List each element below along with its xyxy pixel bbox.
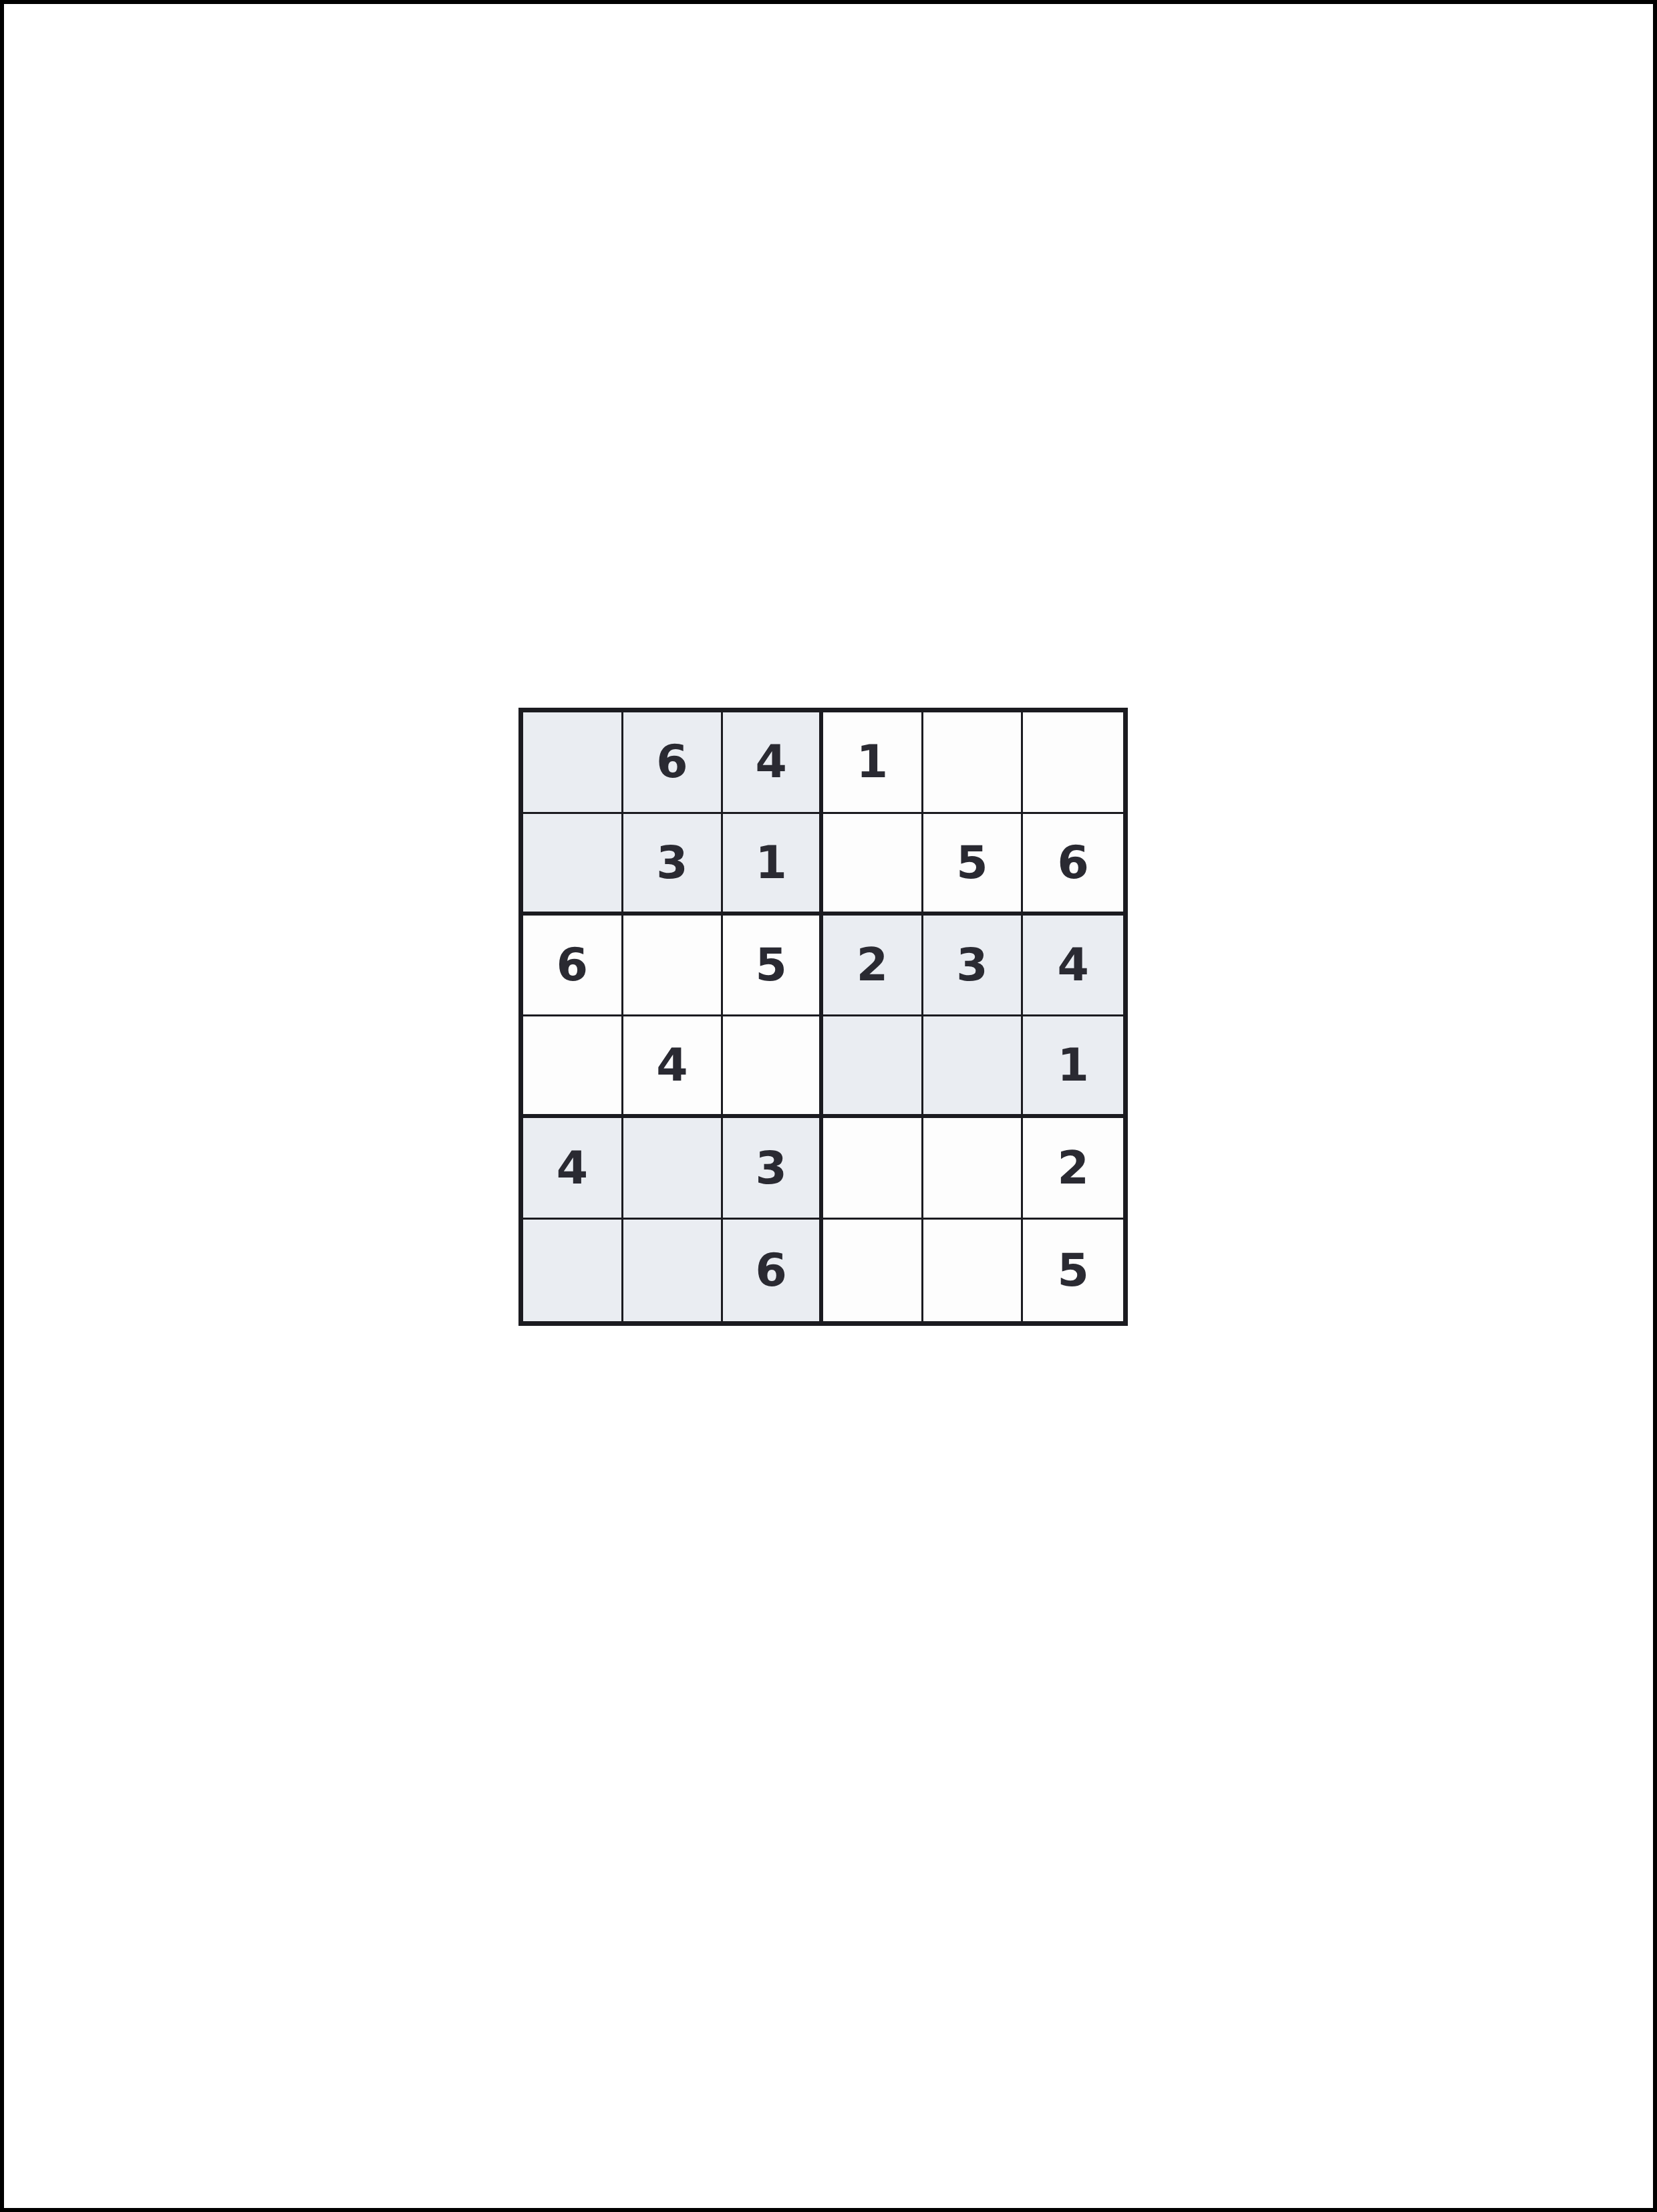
cell-r6c5-empty[interactable]	[923, 1220, 1024, 1321]
cell-r4c6-given[interactable]: 1	[1023, 1016, 1123, 1118]
cell-r2c3-given[interactable]: 1	[723, 814, 823, 916]
cell-r3c1-given[interactable]: 6	[523, 916, 623, 1017]
cell-r4c4-empty[interactable]	[823, 1016, 923, 1118]
cell-r1c3-given[interactable]: 4	[723, 712, 823, 814]
cell-r3c3-given[interactable]: 5	[723, 916, 823, 1017]
cell-r3c6-given[interactable]: 4	[1023, 916, 1123, 1017]
cell-r6c2-empty[interactable]	[623, 1220, 724, 1321]
cell-r1c4-given[interactable]: 1	[823, 712, 923, 814]
cell-r3c4-given[interactable]: 2	[823, 916, 923, 1017]
cell-r6c4-empty[interactable]	[823, 1220, 923, 1321]
cell-r3c5-given[interactable]: 3	[923, 916, 1024, 1017]
cell-r1c5-empty[interactable]	[923, 712, 1024, 814]
cell-r2c4-empty[interactable]	[823, 814, 923, 916]
cell-r5c2-empty[interactable]	[623, 1118, 724, 1220]
cell-r3c2-empty[interactable]	[623, 916, 724, 1017]
cell-r5c1-given[interactable]: 4	[523, 1118, 623, 1220]
sudoku-board: 6413156652344143265	[518, 708, 1128, 1326]
cell-r6c1-empty[interactable]	[523, 1220, 623, 1321]
cell-r2c5-given[interactable]: 5	[923, 814, 1024, 916]
cell-r5c4-empty[interactable]	[823, 1118, 923, 1220]
cell-r4c1-empty[interactable]	[523, 1016, 623, 1118]
cell-r5c6-given[interactable]: 2	[1023, 1118, 1123, 1220]
scanned-puzzle-page: 6413156652344143265	[0, 0, 1657, 2212]
cell-r4c2-given[interactable]: 4	[623, 1016, 724, 1118]
cell-r2c1-empty[interactable]	[523, 814, 623, 916]
cell-r1c2-given[interactable]: 6	[623, 712, 724, 814]
cell-r5c5-empty[interactable]	[923, 1118, 1024, 1220]
cell-r2c6-given[interactable]: 6	[1023, 814, 1123, 916]
cell-r4c3-empty[interactable]	[723, 1016, 823, 1118]
cell-r6c3-given[interactable]: 6	[723, 1220, 823, 1321]
cell-r6c6-given[interactable]: 5	[1023, 1220, 1123, 1321]
cell-r4c5-empty[interactable]	[923, 1016, 1024, 1118]
cell-r2c2-given[interactable]: 3	[623, 814, 724, 916]
cell-r1c6-empty[interactable]	[1023, 712, 1123, 814]
cell-r5c3-given[interactable]: 3	[723, 1118, 823, 1220]
cell-r1c1-empty[interactable]	[523, 712, 623, 814]
